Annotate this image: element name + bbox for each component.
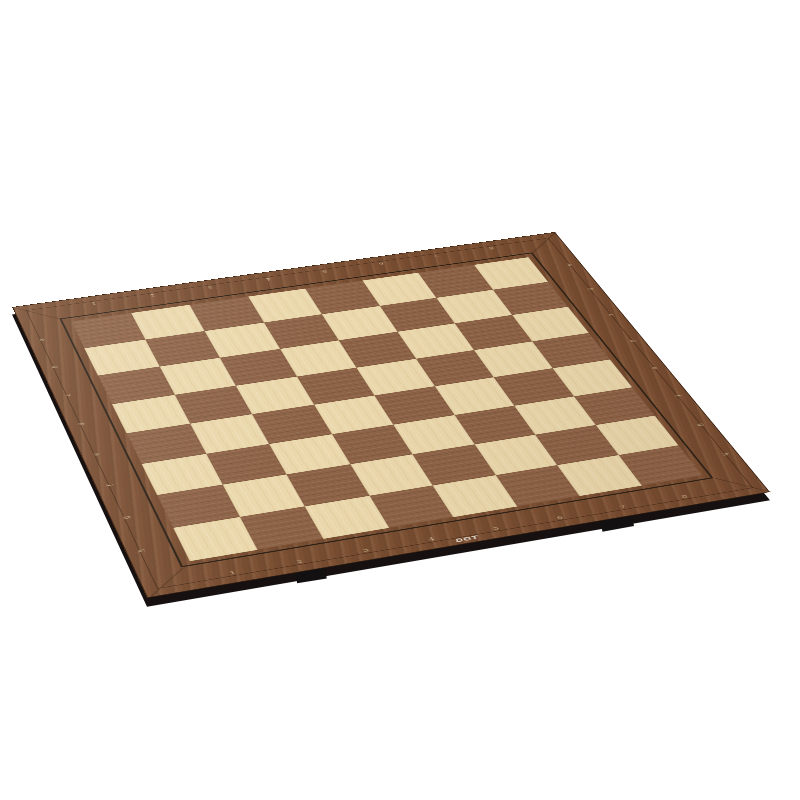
coordinate-label: a bbox=[34, 335, 49, 345]
product-photo-background: 11aa22bb33cc44dd55ee66ff77gg88hh DGT bbox=[0, 0, 800, 800]
coordinate-label: 7 bbox=[610, 502, 634, 511]
frame-miter-joint bbox=[715, 478, 772, 492]
coordinate-label: 4 bbox=[258, 276, 279, 283]
coordinate-label: g bbox=[117, 511, 134, 523]
coordinate-label: b bbox=[582, 285, 598, 294]
coordinate-label: c bbox=[60, 390, 75, 401]
coordinate-label: b bbox=[47, 362, 62, 372]
coordinate-label: 4 bbox=[419, 535, 443, 544]
coordinate-label: h bbox=[133, 544, 150, 557]
coordinate-label: f bbox=[669, 390, 687, 401]
coordinate-label: 5 bbox=[484, 524, 508, 533]
coordinate-label: 2 bbox=[142, 292, 163, 299]
chess-board: 11aa22bb33cc44dd55ee66ff77gg88hh DGT bbox=[12, 232, 770, 598]
coordinate-label: f bbox=[102, 479, 118, 491]
coordinate-label: 8 bbox=[672, 492, 696, 501]
coordinate-label: g bbox=[692, 419, 710, 430]
coordinate-label: e bbox=[88, 449, 104, 461]
coordinate-label: 1 bbox=[83, 300, 104, 307]
frame-miter-joint bbox=[533, 232, 557, 253]
coordinate-label: c bbox=[603, 310, 620, 320]
coordinate-label: h bbox=[717, 449, 735, 460]
coordinate-label: 5 bbox=[314, 268, 335, 275]
coordinate-label: 7 bbox=[426, 252, 447, 259]
coordinate-label: 1 bbox=[220, 568, 245, 578]
coordinate-label: e bbox=[646, 363, 663, 373]
coordinate-label: 3 bbox=[354, 546, 379, 556]
coordinate-label: 6 bbox=[548, 513, 572, 522]
coordinate-label: d bbox=[74, 419, 90, 430]
coordinate-label: 2 bbox=[287, 557, 312, 567]
board-squares-grid bbox=[71, 257, 702, 561]
coordinate-label: 8 bbox=[481, 245, 502, 252]
coordinate-label: 6 bbox=[370, 260, 391, 267]
frame-miter-joint bbox=[13, 307, 61, 319]
coordinate-label: 3 bbox=[200, 284, 221, 291]
coordinate-label: d bbox=[624, 336, 641, 346]
coordinate-label: a bbox=[562, 260, 578, 269]
